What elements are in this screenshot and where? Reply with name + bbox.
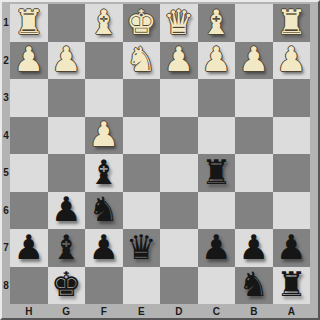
square-f7[interactable]: ♟: [85, 229, 123, 267]
square-c3[interactable]: [198, 79, 236, 117]
black-rook[interactable]: ♜: [276, 267, 306, 301]
white-knight[interactable]: ♞: [126, 42, 156, 76]
square-h6[interactable]: [10, 192, 48, 230]
black-pawn[interactable]: ♟: [276, 230, 306, 264]
square-a4[interactable]: [273, 117, 311, 155]
black-queen[interactable]: ♛: [126, 230, 156, 264]
white-pawn[interactable]: ♟: [51, 42, 81, 76]
white-rook[interactable]: ♜: [14, 5, 44, 39]
white-pawn[interactable]: ♟: [89, 117, 119, 151]
white-pawn[interactable]: ♟: [201, 42, 231, 76]
square-b3[interactable]: [235, 79, 273, 117]
black-king[interactable]: ♚: [51, 267, 81, 301]
square-f1[interactable]: ♝: [85, 4, 123, 42]
square-a8[interactable]: ♜: [273, 267, 311, 305]
square-e3[interactable]: [123, 79, 161, 117]
rank-label-6: 6: [2, 192, 10, 230]
square-f8[interactable]: [85, 267, 123, 305]
black-pawn[interactable]: ♟: [201, 230, 231, 264]
square-e8[interactable]: [123, 267, 161, 305]
square-h5[interactable]: [10, 154, 48, 192]
rank-labels: 12345678: [2, 4, 10, 304]
square-g7[interactable]: ♝: [48, 229, 86, 267]
square-d5[interactable]: [160, 154, 198, 192]
file-label-h: H: [10, 304, 48, 318]
square-a6[interactable]: [273, 192, 311, 230]
square-d2[interactable]: ♟: [160, 42, 198, 80]
black-pawn[interactable]: ♟: [89, 230, 119, 264]
white-pawn[interactable]: ♟: [14, 42, 44, 76]
square-a2[interactable]: ♟: [273, 42, 311, 80]
rank-label-8: 8: [2, 267, 10, 305]
square-b7[interactable]: ♟: [235, 229, 273, 267]
square-d3[interactable]: [160, 79, 198, 117]
square-c6[interactable]: [198, 192, 236, 230]
square-d6[interactable]: [160, 192, 198, 230]
black-knight[interactable]: ♞: [239, 267, 269, 301]
square-b5[interactable]: [235, 154, 273, 192]
rank-label-2: 2: [2, 42, 10, 80]
file-label-g: G: [48, 304, 86, 318]
square-d7[interactable]: [160, 229, 198, 267]
rank-label-4: 4: [2, 117, 10, 155]
square-g8[interactable]: ♚: [48, 267, 86, 305]
rank-label-1: 1: [2, 4, 10, 42]
square-e4[interactable]: [123, 117, 161, 155]
file-label-d: D: [160, 304, 198, 318]
square-g6[interactable]: ♟: [48, 192, 86, 230]
white-pawn[interactable]: ♟: [276, 42, 306, 76]
square-c2[interactable]: ♟: [198, 42, 236, 80]
file-label-e: E: [123, 304, 161, 318]
white-rook[interactable]: ♜: [276, 5, 306, 39]
square-c7[interactable]: ♟: [198, 229, 236, 267]
square-b1[interactable]: [235, 4, 273, 42]
square-d4[interactable]: [160, 117, 198, 155]
square-c4[interactable]: [198, 117, 236, 155]
square-g4[interactable]: [48, 117, 86, 155]
square-f5[interactable]: ♝: [85, 154, 123, 192]
square-d1[interactable]: ♛: [160, 4, 198, 42]
black-bishop[interactable]: ♝: [51, 230, 81, 264]
rank-label-5: 5: [2, 154, 10, 192]
square-a5[interactable]: [273, 154, 311, 192]
square-f3[interactable]: [85, 79, 123, 117]
square-h1[interactable]: ♜: [10, 4, 48, 42]
square-h4[interactable]: [10, 117, 48, 155]
square-f6[interactable]: ♞: [85, 192, 123, 230]
rank-label-3: 3: [2, 79, 10, 117]
black-pawn[interactable]: ♟: [51, 192, 81, 226]
square-f4[interactable]: ♟: [85, 117, 123, 155]
file-labels: HGFEDCBA: [10, 304, 310, 318]
square-b4[interactable]: [235, 117, 273, 155]
square-a1[interactable]: ♜: [273, 4, 311, 42]
file-label-a: A: [273, 304, 311, 318]
white-pawn[interactable]: ♟: [164, 42, 194, 76]
square-c1[interactable]: ♝: [198, 4, 236, 42]
square-g5[interactable]: [48, 154, 86, 192]
square-e7[interactable]: ♛: [123, 229, 161, 267]
file-label-c: C: [198, 304, 236, 318]
square-g2[interactable]: ♟: [48, 42, 86, 80]
square-b8[interactable]: ♞: [235, 267, 273, 305]
square-f2[interactable]: [85, 42, 123, 80]
square-h3[interactable]: [10, 79, 48, 117]
black-pawn[interactable]: ♟: [14, 230, 44, 264]
file-label-f: F: [85, 304, 123, 318]
square-d8[interactable]: [160, 267, 198, 305]
square-e1[interactable]: ♚: [123, 4, 161, 42]
square-g1[interactable]: [48, 4, 86, 42]
chess-board[interactable]: ♜♝♚♛♝♜♟♟♞♟♟♟♟♟♝♜♟♞♟♝♟♛♟♟♟♚♞♜: [10, 4, 310, 304]
square-h8[interactable]: [10, 267, 48, 305]
black-knight[interactable]: ♞: [89, 192, 119, 226]
square-a3[interactable]: [273, 79, 311, 117]
square-b2[interactable]: ♟: [235, 42, 273, 80]
square-e6[interactable]: [123, 192, 161, 230]
black-rook[interactable]: ♜: [201, 155, 231, 189]
square-h2[interactable]: ♟: [10, 42, 48, 80]
file-label-b: B: [235, 304, 273, 318]
square-h7[interactable]: ♟: [10, 229, 48, 267]
white-king[interactable]: ♚: [126, 5, 156, 39]
square-a7[interactable]: ♟: [273, 229, 311, 267]
square-e2[interactable]: ♞: [123, 42, 161, 80]
square-b6[interactable]: [235, 192, 273, 230]
white-bishop[interactable]: ♝: [89, 5, 119, 39]
white-bishop[interactable]: ♝: [201, 5, 231, 39]
white-pawn[interactable]: ♟: [239, 42, 269, 76]
square-g3[interactable]: [48, 79, 86, 117]
black-pawn[interactable]: ♟: [239, 230, 269, 264]
chess-app-window: 12345678 ♜♝♚♛♝♜♟♟♞♟♟♟♟♟♝♜♟♞♟♝♟♛♟♟♟♚♞♜ HG…: [0, 0, 320, 320]
white-queen[interactable]: ♛: [164, 5, 194, 39]
black-bishop[interactable]: ♝: [89, 155, 119, 189]
square-e5[interactable]: [123, 154, 161, 192]
square-c8[interactable]: [198, 267, 236, 305]
rank-label-7: 7: [2, 229, 10, 267]
square-c5[interactable]: ♜: [198, 154, 236, 192]
